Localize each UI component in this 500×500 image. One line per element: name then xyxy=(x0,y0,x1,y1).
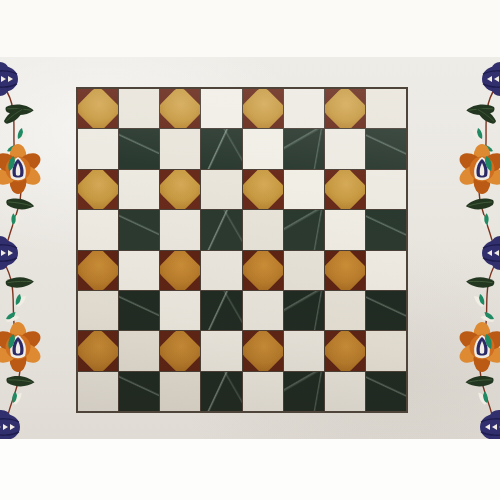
chessboard-frame xyxy=(76,87,408,413)
square-c6[interactable] xyxy=(160,170,200,209)
square-h2[interactable] xyxy=(366,331,406,370)
square-a3[interactable] xyxy=(78,291,118,330)
square-e1[interactable] xyxy=(243,372,283,411)
square-b6[interactable] xyxy=(119,170,159,209)
square-g2[interactable] xyxy=(325,331,365,370)
square-a6[interactable] xyxy=(78,170,118,209)
square-h7[interactable] xyxy=(366,129,406,168)
square-a5[interactable] xyxy=(78,210,118,249)
square-b1[interactable] xyxy=(119,372,159,411)
square-c3[interactable] xyxy=(160,291,200,330)
square-f4[interactable] xyxy=(284,251,324,290)
square-g1[interactable] xyxy=(325,372,365,411)
square-g8[interactable] xyxy=(325,89,365,128)
photo-background-top xyxy=(0,0,500,57)
square-d6[interactable] xyxy=(201,170,241,209)
chessboard xyxy=(78,89,406,411)
square-e5[interactable] xyxy=(243,210,283,249)
floral-inlay-border-right xyxy=(444,57,500,439)
square-f7[interactable] xyxy=(284,129,324,168)
square-g3[interactable] xyxy=(325,291,365,330)
square-c7[interactable] xyxy=(160,129,200,168)
square-c2[interactable] xyxy=(160,331,200,370)
square-b5[interactable] xyxy=(119,210,159,249)
square-f3[interactable] xyxy=(284,291,324,330)
square-d5[interactable] xyxy=(201,210,241,249)
square-g6[interactable] xyxy=(325,170,365,209)
square-f1[interactable] xyxy=(284,372,324,411)
square-d3[interactable] xyxy=(201,291,241,330)
square-b3[interactable] xyxy=(119,291,159,330)
square-h4[interactable] xyxy=(366,251,406,290)
square-d4[interactable] xyxy=(201,251,241,290)
square-e6[interactable] xyxy=(243,170,283,209)
photo-frame xyxy=(0,0,500,500)
square-c4[interactable] xyxy=(160,251,200,290)
square-f5[interactable] xyxy=(284,210,324,249)
square-d7[interactable] xyxy=(201,129,241,168)
square-e3[interactable] xyxy=(243,291,283,330)
square-f2[interactable] xyxy=(284,331,324,370)
square-b4[interactable] xyxy=(119,251,159,290)
square-d1[interactable] xyxy=(201,372,241,411)
square-a1[interactable] xyxy=(78,372,118,411)
square-e4[interactable] xyxy=(243,251,283,290)
square-g4[interactable] xyxy=(325,251,365,290)
square-h8[interactable] xyxy=(366,89,406,128)
square-h1[interactable] xyxy=(366,372,406,411)
photo-background-bottom xyxy=(0,439,500,500)
square-h3[interactable] xyxy=(366,291,406,330)
square-f6[interactable] xyxy=(284,170,324,209)
square-e7[interactable] xyxy=(243,129,283,168)
square-h6[interactable] xyxy=(366,170,406,209)
square-e8[interactable] xyxy=(243,89,283,128)
floral-inlay-border-left xyxy=(0,57,56,439)
square-b8[interactable] xyxy=(119,89,159,128)
square-f8[interactable] xyxy=(284,89,324,128)
square-b2[interactable] xyxy=(119,331,159,370)
square-a8[interactable] xyxy=(78,89,118,128)
square-g7[interactable] xyxy=(325,129,365,168)
square-c5[interactable] xyxy=(160,210,200,249)
square-e2[interactable] xyxy=(243,331,283,370)
square-g5[interactable] xyxy=(325,210,365,249)
square-a2[interactable] xyxy=(78,331,118,370)
square-c1[interactable] xyxy=(160,372,200,411)
square-d2[interactable] xyxy=(201,331,241,370)
square-h5[interactable] xyxy=(366,210,406,249)
square-a4[interactable] xyxy=(78,251,118,290)
square-b7[interactable] xyxy=(119,129,159,168)
square-d8[interactable] xyxy=(201,89,241,128)
square-a7[interactable] xyxy=(78,129,118,168)
square-c8[interactable] xyxy=(160,89,200,128)
